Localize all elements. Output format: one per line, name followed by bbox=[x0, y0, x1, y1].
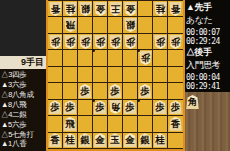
board-square[interactable]: 歩 bbox=[138, 50, 153, 66]
kifu-move[interactable]: △4二銀 bbox=[1, 110, 46, 120]
board-square[interactable]: 金 bbox=[123, 1, 138, 17]
shogi-board: 香桂銀金王金桂香飛銀歩歩歩歩歩歩歩歩歩歩歩歩歩歩歩角歩歩歩飛香香桂銀金玉金銀桂 bbox=[46, 0, 185, 151]
sente-move-clock: 00:00:07 bbox=[186, 28, 230, 37]
board-square[interactable] bbox=[138, 17, 153, 33]
gote-piece-香[interactable]: 香 bbox=[49, 2, 62, 16]
gote-piece-金[interactable]: 金 bbox=[124, 2, 137, 16]
board-square[interactable]: 金 bbox=[93, 133, 108, 149]
board-square[interactable]: 角 bbox=[108, 100, 123, 116]
sente-piece-歩[interactable]: 歩 bbox=[79, 84, 92, 98]
board-square[interactable]: 香 bbox=[168, 116, 183, 132]
board-square[interactable] bbox=[93, 67, 108, 83]
sente-piece-金[interactable]: 金 bbox=[124, 133, 137, 147]
board-square[interactable]: 銀 bbox=[138, 133, 153, 149]
kifu-move[interactable]: ▲5六歩 bbox=[1, 120, 46, 130]
gote-piece-角[interactable]: 角 bbox=[109, 100, 122, 114]
board-square[interactable] bbox=[153, 83, 168, 99]
board-square[interactable] bbox=[168, 17, 183, 33]
kifu-move[interactable]: ▲8八飛 bbox=[1, 100, 46, 110]
board-square[interactable] bbox=[153, 50, 168, 66]
kifu-move[interactable]: ▲3六歩 bbox=[1, 80, 46, 90]
board-square[interactable]: 歩 bbox=[48, 34, 63, 50]
gote-piece-歩[interactable]: 歩 bbox=[169, 35, 182, 49]
gote-piece-金[interactable]: 金 bbox=[94, 2, 107, 16]
board-square[interactable]: 香 bbox=[48, 133, 63, 149]
board-square[interactable]: 歩 bbox=[168, 34, 183, 50]
board-square[interactable] bbox=[138, 100, 153, 116]
board-square[interactable]: 桂 bbox=[63, 1, 78, 17]
board-square[interactable] bbox=[138, 116, 153, 132]
board-square[interactable]: 銀 bbox=[123, 17, 138, 33]
sente-piece-歩[interactable]: 歩 bbox=[94, 100, 107, 114]
gote-piece-歩[interactable]: 歩 bbox=[94, 35, 107, 49]
board-square[interactable] bbox=[153, 116, 168, 132]
board-square[interactable]: 金 bbox=[123, 133, 138, 149]
hoshi-dot bbox=[92, 49, 95, 52]
board-square[interactable]: 香 bbox=[168, 1, 183, 17]
board-square[interactable]: 桂 bbox=[153, 1, 168, 17]
gote-move-clock: 00:00:04 bbox=[186, 73, 230, 82]
gote-piece-歩[interactable]: 歩 bbox=[139, 51, 152, 65]
sente-total-clock: 00:29:24 bbox=[186, 37, 230, 46]
player-info-panel: ▲先手 あなた 00:00:07 00:29:24 △後手 入門思考 00:00… bbox=[185, 0, 230, 92]
board-square[interactable] bbox=[48, 67, 63, 83]
board-square[interactable] bbox=[108, 50, 123, 66]
board-square[interactable] bbox=[93, 50, 108, 66]
board-square[interactable] bbox=[48, 17, 63, 33]
gote-name: 入門思考 bbox=[186, 59, 230, 72]
board-square[interactable] bbox=[153, 67, 168, 83]
sente-name: あなた bbox=[186, 14, 230, 27]
kifu-move[interactable]: △8八角成 bbox=[1, 90, 46, 100]
sente-piece-歩[interactable]: 歩 bbox=[154, 100, 167, 114]
board-square[interactable] bbox=[138, 34, 153, 50]
kifu-move[interactable]: △3四歩 bbox=[1, 70, 46, 80]
board-square[interactable]: 歩 bbox=[153, 100, 168, 116]
board-square[interactable] bbox=[48, 50, 63, 66]
sente-piece-桂[interactable]: 桂 bbox=[154, 133, 167, 147]
board-square[interactable]: 歩 bbox=[123, 34, 138, 50]
sente-piece-歩[interactable]: 歩 bbox=[109, 84, 122, 98]
wood-background bbox=[0, 0, 46, 56]
board-square[interactable]: 王 bbox=[108, 1, 123, 17]
board-square[interactable] bbox=[123, 83, 138, 99]
board-square[interactable] bbox=[93, 83, 108, 99]
board-square[interactable]: 香 bbox=[48, 1, 63, 17]
sente-piece-歩[interactable]: 歩 bbox=[139, 84, 152, 98]
board-square[interactable]: 歩 bbox=[108, 34, 123, 50]
board-square[interactable] bbox=[63, 83, 78, 99]
gote-mark-icon: △ bbox=[186, 47, 195, 57]
board-square[interactable] bbox=[168, 50, 183, 66]
board-square[interactable] bbox=[93, 17, 108, 33]
board-square[interactable] bbox=[78, 67, 93, 83]
board-square[interactable]: 飛 bbox=[63, 17, 78, 33]
sente-piece-香[interactable]: 香 bbox=[169, 117, 182, 131]
gote-label: △後手 bbox=[186, 46, 230, 59]
board-square[interactable]: 玉 bbox=[108, 133, 123, 149]
sente-piece-玉[interactable]: 玉 bbox=[109, 133, 122, 147]
hoshi-dot bbox=[137, 49, 140, 52]
board-square[interactable] bbox=[108, 17, 123, 33]
sente-piece-歩[interactable]: 歩 bbox=[49, 100, 62, 114]
board-square[interactable]: 銀 bbox=[78, 1, 93, 17]
right-panel: ▲先手 あなた 00:00:07 00:29:24 △後手 入門思考 00:00… bbox=[185, 0, 230, 151]
board-square[interactable]: 歩 bbox=[153, 34, 168, 50]
left-panel: 9手目 △3四歩▲3六歩△8八角成▲8八飛△4二銀▲5六歩△5七角打▲1八香 bbox=[0, 0, 46, 151]
board-square[interactable] bbox=[78, 50, 93, 66]
gote-piece-歩[interactable]: 歩 bbox=[64, 35, 77, 49]
board-square[interactable] bbox=[78, 100, 93, 116]
board-square[interactable]: 銀 bbox=[78, 133, 93, 149]
gote-piece-桂[interactable]: 桂 bbox=[154, 2, 167, 16]
board-square[interactable]: 歩 bbox=[48, 100, 63, 116]
sente-piece-銀[interactable]: 銀 bbox=[139, 133, 152, 147]
board-square[interactable] bbox=[123, 67, 138, 83]
hoshi-dot bbox=[92, 99, 95, 102]
board-square[interactable] bbox=[108, 67, 123, 83]
gote-piece-歩[interactable]: 歩 bbox=[79, 35, 92, 49]
board-square[interactable] bbox=[63, 50, 78, 66]
sente-label: ▲先手 bbox=[186, 1, 230, 14]
board-square[interactable]: 飛 bbox=[63, 116, 78, 132]
gote-piece-歩[interactable]: 歩 bbox=[154, 35, 167, 49]
board-square[interactable] bbox=[108, 116, 123, 132]
board-square[interactable] bbox=[138, 1, 153, 17]
kifu-move[interactable]: ▲1八香 bbox=[1, 139, 46, 149]
captured-piece-角[interactable]: 角 bbox=[186, 95, 199, 109]
gote-piece-桂[interactable]: 桂 bbox=[64, 2, 77, 16]
board-square[interactable] bbox=[123, 50, 138, 66]
board-square[interactable]: 金 bbox=[93, 1, 108, 17]
sente-piece-銀[interactable]: 銀 bbox=[79, 133, 92, 147]
board-square[interactable] bbox=[63, 67, 78, 83]
sente-piece-歩[interactable]: 歩 bbox=[169, 100, 182, 114]
board-square[interactable]: 歩 bbox=[63, 100, 78, 116]
board-square[interactable]: 歩 bbox=[138, 83, 153, 99]
sente-piece-桂[interactable]: 桂 bbox=[64, 133, 77, 147]
sente-piece-金[interactable]: 金 bbox=[94, 133, 107, 147]
board-square[interactable]: 歩 bbox=[93, 34, 108, 50]
board-square[interactable] bbox=[168, 133, 183, 149]
board-square[interactable] bbox=[168, 83, 183, 99]
captured-pieces-tray: 角 bbox=[185, 92, 230, 151]
board-square[interactable]: 歩 bbox=[78, 83, 93, 99]
gote-piece-歩[interactable]: 歩 bbox=[124, 35, 137, 49]
gote-piece-飛[interactable]: 飛 bbox=[64, 18, 77, 32]
board-square[interactable] bbox=[153, 17, 168, 33]
board-grid: 香桂銀金王金桂香飛銀歩歩歩歩歩歩歩歩歩歩歩歩歩歩歩角歩歩歩飛香香桂銀金玉金銀桂 bbox=[48, 0, 183, 149]
board-square[interactable]: 歩 bbox=[93, 100, 108, 116]
gote-total-clock: 00:29:41 bbox=[186, 82, 230, 91]
board-square[interactable]: 歩 bbox=[108, 83, 123, 99]
hoshi-dot bbox=[137, 99, 140, 102]
move-list: △3四歩▲3六歩△8八角成▲8八飛△4二銀▲5六歩△5七角打▲1八香 bbox=[0, 69, 46, 151]
move-number-label: 9手目 bbox=[0, 56, 46, 69]
board-square[interactable] bbox=[138, 67, 153, 83]
board-square[interactable]: 歩 bbox=[123, 100, 138, 116]
gote-piece-銀[interactable]: 銀 bbox=[79, 2, 92, 16]
board-square[interactable]: 桂 bbox=[153, 133, 168, 149]
board-square[interactable]: 歩 bbox=[168, 100, 183, 116]
board-square[interactable]: 桂 bbox=[63, 133, 78, 149]
gote-piece-王[interactable]: 王 bbox=[109, 2, 122, 16]
kifu-move[interactable]: △5七角打 bbox=[1, 130, 46, 140]
gote-piece-香[interactable]: 香 bbox=[169, 2, 182, 16]
sente-piece-歩[interactable]: 歩 bbox=[64, 100, 77, 114]
gote-piece-歩[interactable]: 歩 bbox=[49, 35, 62, 49]
sente-piece-飛[interactable]: 飛 bbox=[64, 117, 77, 131]
board-square[interactable] bbox=[123, 116, 138, 132]
board-square[interactable] bbox=[48, 116, 63, 132]
board-square[interactable] bbox=[48, 83, 63, 99]
board-square[interactable] bbox=[78, 116, 93, 132]
sente-piece-香[interactable]: 香 bbox=[49, 133, 62, 147]
board-square[interactable]: 歩 bbox=[78, 34, 93, 50]
board-square[interactable] bbox=[93, 116, 108, 132]
gote-piece-歩[interactable]: 歩 bbox=[109, 35, 122, 49]
sente-piece-歩[interactable]: 歩 bbox=[124, 100, 137, 114]
board-square[interactable] bbox=[168, 67, 183, 83]
board-square[interactable] bbox=[78, 17, 93, 33]
gote-piece-銀[interactable]: 銀 bbox=[124, 18, 137, 32]
board-square[interactable]: 歩 bbox=[63, 34, 78, 50]
shogi-game-screen: 9手目 △3四歩▲3六歩△8八角成▲8八飛△4二銀▲5六歩△5七角打▲1八香 香… bbox=[0, 0, 230, 151]
